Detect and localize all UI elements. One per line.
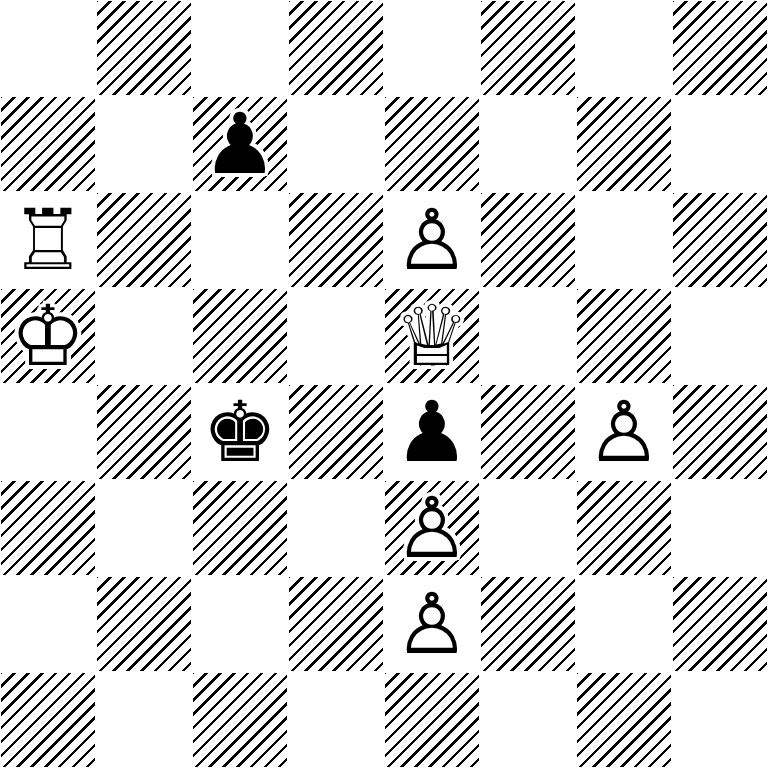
- square-b2[interactable]: [96, 576, 192, 672]
- square-h8[interactable]: [672, 0, 768, 96]
- square-c6[interactable]: [192, 192, 288, 288]
- square-a5[interactable]: ♚♔: [0, 288, 96, 384]
- square-f4[interactable]: [480, 384, 576, 480]
- square-b6[interactable]: [96, 192, 192, 288]
- square-e4[interactable]: ♟♟: [384, 384, 480, 480]
- white-pawn-icon: ♙: [384, 576, 480, 672]
- black-king-icon: ♚: [192, 384, 288, 480]
- piece-white-pawn[interactable]: ♟♙: [384, 576, 480, 672]
- white-queen-icon: ♕: [384, 288, 480, 384]
- square-d2[interactable]: [288, 576, 384, 672]
- square-g7[interactable]: [576, 96, 672, 192]
- square-h5[interactable]: [672, 288, 768, 384]
- square-e5[interactable]: ♛♕: [384, 288, 480, 384]
- square-a1[interactable]: [0, 672, 96, 768]
- square-g1[interactable]: [576, 672, 672, 768]
- square-e1[interactable]: [384, 672, 480, 768]
- white-pawn-icon: ♙: [576, 384, 672, 480]
- square-h1[interactable]: [672, 672, 768, 768]
- square-a6[interactable]: ♜♖: [0, 192, 96, 288]
- square-c1[interactable]: [192, 672, 288, 768]
- square-e2[interactable]: ♟♙: [384, 576, 480, 672]
- square-f3[interactable]: [480, 480, 576, 576]
- white-pawn-icon: ♙: [384, 480, 480, 576]
- square-g5[interactable]: [576, 288, 672, 384]
- square-e8[interactable]: [384, 0, 480, 96]
- square-h4[interactable]: [672, 384, 768, 480]
- white-king-icon: ♔: [0, 288, 96, 384]
- square-c5[interactable]: [192, 288, 288, 384]
- square-f1[interactable]: [480, 672, 576, 768]
- square-c4[interactable]: ♚♚: [192, 384, 288, 480]
- square-c8[interactable]: [192, 0, 288, 96]
- square-c3[interactable]: [192, 480, 288, 576]
- square-a7[interactable]: [0, 96, 96, 192]
- square-b7[interactable]: [96, 96, 192, 192]
- piece-black-pawn[interactable]: ♟♟: [192, 96, 288, 192]
- square-a3[interactable]: [0, 480, 96, 576]
- square-f6[interactable]: [480, 192, 576, 288]
- piece-white-king[interactable]: ♚♔: [0, 288, 96, 384]
- piece-white-pawn[interactable]: ♟♙: [384, 480, 480, 576]
- square-b5[interactable]: [96, 288, 192, 384]
- square-f7[interactable]: [480, 96, 576, 192]
- chess-board: ♟♟♜♖♟♙♚♔♛♕♚♚♟♟♟♙♟♙♟♙: [0, 0, 768, 768]
- square-g4[interactable]: ♟♙: [576, 384, 672, 480]
- square-d5[interactable]: [288, 288, 384, 384]
- piece-white-queen[interactable]: ♛♕: [384, 288, 480, 384]
- white-rook-icon: ♖: [0, 192, 96, 288]
- piece-black-king[interactable]: ♚♚: [192, 384, 288, 480]
- square-d7[interactable]: [288, 96, 384, 192]
- square-b8[interactable]: [96, 0, 192, 96]
- square-e3[interactable]: ♟♙: [384, 480, 480, 576]
- black-pawn-icon: ♟: [384, 384, 480, 480]
- square-g6[interactable]: [576, 192, 672, 288]
- square-h2[interactable]: [672, 576, 768, 672]
- square-a2[interactable]: [0, 576, 96, 672]
- square-f5[interactable]: [480, 288, 576, 384]
- square-a4[interactable]: [0, 384, 96, 480]
- square-g8[interactable]: [576, 0, 672, 96]
- square-h3[interactable]: [672, 480, 768, 576]
- piece-white-pawn[interactable]: ♟♙: [384, 192, 480, 288]
- piece-white-pawn[interactable]: ♟♙: [576, 384, 672, 480]
- square-a8[interactable]: [0, 0, 96, 96]
- square-h6[interactable]: [672, 192, 768, 288]
- square-h7[interactable]: [672, 96, 768, 192]
- square-g2[interactable]: [576, 576, 672, 672]
- square-c7[interactable]: ♟♟: [192, 96, 288, 192]
- square-d1[interactable]: [288, 672, 384, 768]
- square-g3[interactable]: [576, 480, 672, 576]
- square-b3[interactable]: [96, 480, 192, 576]
- white-pawn-icon: ♙: [384, 192, 480, 288]
- piece-black-pawn[interactable]: ♟♟: [384, 384, 480, 480]
- square-f2[interactable]: [480, 576, 576, 672]
- square-e7[interactable]: [384, 96, 480, 192]
- square-c2[interactable]: [192, 576, 288, 672]
- square-b1[interactable]: [96, 672, 192, 768]
- square-f8[interactable]: [480, 0, 576, 96]
- piece-white-rook[interactable]: ♜♖: [0, 192, 96, 288]
- square-d3[interactable]: [288, 480, 384, 576]
- square-d8[interactable]: [288, 0, 384, 96]
- black-pawn-icon: ♟: [192, 96, 288, 192]
- square-d6[interactable]: [288, 192, 384, 288]
- square-e6[interactable]: ♟♙: [384, 192, 480, 288]
- square-d4[interactable]: [288, 384, 384, 480]
- square-b4[interactable]: [96, 384, 192, 480]
